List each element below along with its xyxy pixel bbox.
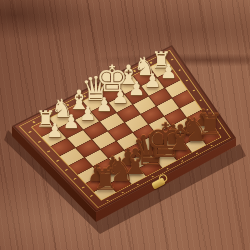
photo-scene: ♜♞♝♛♚♝♞♜♟♟♟♟♟♟♟♟♟♟♟♟♟♟♟♟♜♞♝♛♚♝♞♜ Folding… <box>0 0 250 250</box>
